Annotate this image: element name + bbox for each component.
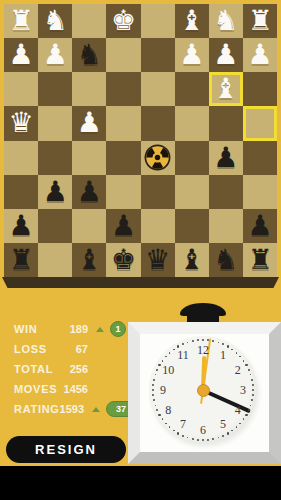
- square-g4[interactable]: [38, 106, 72, 140]
- clock-tick: [245, 364, 248, 367]
- clock-tick: [236, 426, 238, 428]
- square-c1[interactable]: ♝: [175, 4, 209, 38]
- white-pawn: ♟: [77, 106, 102, 140]
- square-c4[interactable]: [175, 106, 209, 140]
- app-screen: ♜♞♚♝♞♜♟♟♞♟♟♟♝♛♟ ♟♟♟♟♟♟♜♝♚♛♝♞♜ WIN 189 1 …: [0, 0, 281, 500]
- clock-number-3: 3: [235, 382, 251, 398]
- black-rook: ♜: [247, 243, 272, 277]
- white-pawn: ♟: [213, 38, 238, 72]
- square-e7[interactable]: ♟: [106, 209, 140, 243]
- square-b2[interactable]: ♟: [209, 38, 243, 72]
- clock-tick: [212, 340, 214, 342]
- square-b1[interactable]: ♞: [209, 4, 243, 38]
- clock-tick: [236, 352, 238, 354]
- clock-tick: [152, 384, 154, 386]
- clock-number-1: 1: [215, 347, 231, 363]
- black-bishop: ♝: [77, 243, 102, 277]
- clock-tick: [155, 405, 157, 407]
- square-h1[interactable]: ♜: [4, 4, 38, 38]
- square-e8[interactable]: ♚: [106, 243, 140, 277]
- win-increase-icon: [96, 327, 104, 332]
- clock-tick: [182, 435, 184, 437]
- clock-tick: [156, 409, 158, 411]
- square-e6[interactable]: [106, 175, 140, 209]
- clock-tick: [182, 343, 184, 345]
- clock-tick: [192, 438, 194, 440]
- white-pawn: ♟: [247, 38, 272, 72]
- clock-number-9: 9: [155, 382, 171, 398]
- black-pawn: ♟: [9, 209, 34, 243]
- clock-tick: [165, 423, 167, 425]
- black-pawn: ♟: [43, 175, 68, 209]
- clock-tick: [243, 418, 245, 420]
- square-g7[interactable]: [38, 209, 72, 243]
- loss-label: LOSS: [14, 343, 60, 355]
- square-d3[interactable]: [141, 72, 175, 106]
- square-h3[interactable]: [4, 72, 38, 106]
- square-a6[interactable]: [243, 175, 277, 209]
- square-g8[interactable]: [38, 243, 72, 277]
- square-d4[interactable]: [141, 106, 175, 140]
- clock-tick: [187, 437, 189, 439]
- clock-tick: [153, 399, 155, 401]
- clock-tick: [222, 435, 224, 437]
- square-a4[interactable]: [243, 106, 277, 140]
- clock-tick: [187, 342, 189, 344]
- clock-tick: [177, 432, 180, 435]
- total-label: TOTAL: [14, 363, 60, 375]
- black-rook: ♜: [9, 243, 34, 277]
- clock-tick: [153, 379, 155, 381]
- square-a8[interactable]: ♜: [243, 243, 277, 277]
- clock-number-8: 8: [160, 402, 176, 418]
- clock-number-10: 10: [160, 362, 176, 378]
- square-e4[interactable]: [106, 106, 140, 140]
- clock-tick: [156, 369, 158, 371]
- square-a2[interactable]: ♟: [243, 38, 277, 72]
- square-d5[interactable]: [141, 141, 175, 175]
- white-knight: ♞: [213, 4, 238, 38]
- square-g5[interactable]: [38, 141, 72, 175]
- clock-number-5: 5: [215, 417, 231, 433]
- stat-row-win: WIN 189 1: [14, 319, 134, 339]
- clock-face: 121234567891011: [149, 336, 257, 444]
- square-b8[interactable]: ♞: [209, 243, 243, 277]
- clock-number-4: 4: [230, 402, 246, 418]
- black-king: ♚: [111, 243, 136, 277]
- clock-tick: [231, 349, 233, 351]
- stat-row-rating: RATING 1593 37: [14, 399, 134, 419]
- stat-row-total: TOTAL 256: [14, 359, 134, 379]
- clock-tick: [202, 339, 205, 342]
- square-c8[interactable]: ♝: [175, 243, 209, 277]
- resign-button[interactable]: RESIGN: [6, 436, 126, 463]
- square-h2[interactable]: ♟: [4, 38, 38, 72]
- square-e1[interactable]: ♚: [106, 4, 140, 38]
- square-e3[interactable]: [106, 72, 140, 106]
- win-label: WIN: [14, 323, 60, 335]
- moves-value: 1456: [60, 383, 88, 395]
- square-e5[interactable]: [106, 141, 140, 175]
- clock-tick: [218, 437, 220, 439]
- clock-tick: [239, 423, 241, 425]
- white-pawn: ♟: [179, 38, 204, 72]
- moves-label: MOVES: [14, 383, 60, 395]
- white-queen: ♛: [9, 106, 34, 140]
- white-king: ♚: [111, 4, 136, 38]
- clock-tick: [248, 369, 250, 371]
- loss-value: 67: [60, 343, 88, 355]
- clock-number-12: 12: [195, 342, 211, 358]
- chess-board: ♜♞♚♝♞♜♟♟♞♟♟♟♝♛♟ ♟♟♟♟♟♟♜♝♚♛♝♞♜: [4, 4, 277, 277]
- clock-tick: [252, 394, 254, 396]
- clock-tick: [197, 339, 199, 341]
- clock-number-7: 7: [175, 417, 191, 433]
- square-d7[interactable]: [141, 209, 175, 243]
- clock-tick: [251, 399, 253, 401]
- square-b4[interactable]: [209, 106, 243, 140]
- clock-center-cap: [197, 384, 210, 397]
- square-h7[interactable]: ♟: [4, 209, 38, 243]
- square-h5[interactable]: [4, 141, 38, 175]
- black-pawn: ♟: [213, 141, 238, 175]
- clock-tick: [251, 379, 253, 381]
- square-a3[interactable]: [243, 72, 277, 106]
- chess-clock-button: [180, 303, 226, 323]
- clock-tick: [169, 426, 171, 428]
- clock-tick: [192, 340, 194, 342]
- clock-tick: [252, 384, 254, 386]
- clock-tick: [162, 418, 164, 420]
- square-b5[interactable]: ♟: [209, 141, 243, 175]
- stat-row-moves: MOVES 1456: [14, 379, 134, 399]
- win-value: 189: [60, 323, 88, 335]
- square-a1[interactable]: ♜: [243, 4, 277, 38]
- win-delta-badge: 1: [110, 321, 126, 337]
- radiation-icon: [144, 144, 171, 171]
- black-bishop: ♝: [179, 243, 204, 277]
- square-b7[interactable]: [209, 209, 243, 243]
- clock-tick: [197, 439, 199, 441]
- clock-tick: [169, 352, 171, 354]
- stat-row-loss: LOSS 67: [14, 339, 134, 359]
- clock-tick: [231, 430, 233, 432]
- black-pawn: ♟: [247, 209, 272, 243]
- square-g3[interactable]: [38, 72, 72, 106]
- chess-clock: 121234567891011: [128, 322, 281, 464]
- square-f1[interactable]: [72, 4, 106, 38]
- white-bishop: ♝: [213, 72, 238, 106]
- clock-number-11: 11: [175, 347, 191, 363]
- square-f6[interactable]: ♟: [72, 175, 106, 209]
- square-g6[interactable]: ♟: [38, 175, 72, 209]
- black-pawn: ♟: [77, 175, 102, 209]
- clock-tick: [218, 342, 220, 344]
- square-g2[interactable]: ♟: [38, 38, 72, 72]
- square-c6[interactable]: [175, 175, 209, 209]
- clock-tick: [250, 374, 252, 376]
- clock-tick: [245, 414, 248, 417]
- square-f2[interactable]: ♞: [72, 38, 106, 72]
- black-knight: ♞: [77, 38, 102, 72]
- clock-tick: [207, 439, 209, 441]
- square-h4[interactable]: ♛: [4, 106, 38, 140]
- rating-value: 1593: [60, 403, 84, 415]
- square-f3[interactable]: [72, 72, 106, 106]
- clock-tick: [250, 405, 252, 407]
- white-knight: ♞: [43, 4, 68, 38]
- clock-number-6: 6: [195, 422, 211, 438]
- clock-number-2: 2: [230, 362, 246, 378]
- stats-panel: WIN 189 1 LOSS 67 TOTAL 256 MOVES 1456 R…: [14, 319, 134, 419]
- clock-tick: [227, 432, 230, 435]
- square-c7[interactable]: [175, 209, 209, 243]
- black-knight: ♞: [213, 243, 238, 277]
- square-f4[interactable]: ♟: [72, 106, 106, 140]
- square-b6[interactable]: [209, 175, 243, 209]
- black-queen: ♛: [145, 243, 170, 277]
- board-edge: [2, 277, 279, 288]
- square-d8[interactable]: ♛: [141, 243, 175, 277]
- white-pawn: ♟: [9, 38, 34, 72]
- white-bishop: ♝: [179, 4, 204, 38]
- bottom-black-bar: [0, 466, 281, 500]
- square-d1[interactable]: [141, 4, 175, 38]
- square-c2[interactable]: ♟: [175, 38, 209, 72]
- square-f8[interactable]: ♝: [72, 243, 106, 277]
- square-f5[interactable]: [72, 141, 106, 175]
- total-value: 256: [60, 363, 88, 375]
- square-b3[interactable]: ♝: [209, 72, 243, 106]
- white-rook: ♜: [247, 4, 272, 38]
- clock-tick: [239, 356, 241, 358]
- square-a5[interactable]: [243, 141, 277, 175]
- rating-increase-icon: [92, 407, 100, 412]
- white-pawn: ♟: [43, 38, 68, 72]
- clock-tick: [212, 438, 214, 440]
- square-c5[interactable]: [175, 141, 209, 175]
- clock-tick: [252, 389, 255, 392]
- rating-label: RATING: [14, 403, 60, 415]
- square-c3[interactable]: [175, 72, 209, 106]
- square-f7[interactable]: [72, 209, 106, 243]
- square-h8[interactable]: ♜: [4, 243, 38, 277]
- square-d2[interactable]: [141, 38, 175, 72]
- clock-tick: [152, 389, 155, 392]
- black-pawn: ♟: [111, 209, 136, 243]
- white-rook: ♜: [9, 4, 34, 38]
- clock-tick: [152, 394, 154, 396]
- clock-tick: [202, 439, 205, 442]
- clock-tick: [222, 343, 224, 345]
- clock-tick: [155, 374, 157, 376]
- square-h6[interactable]: [4, 175, 38, 209]
- square-a7[interactable]: ♟: [243, 209, 277, 243]
- clock-tick: [165, 356, 167, 358]
- square-d6[interactable]: [141, 175, 175, 209]
- square-e2[interactable]: [106, 38, 140, 72]
- square-g1[interactable]: ♞: [38, 4, 72, 38]
